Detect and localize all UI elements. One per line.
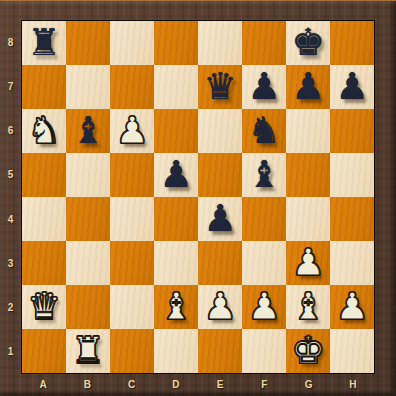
square-h1[interactable] [330, 329, 374, 373]
black-king-piece[interactable]: ♚ [291, 21, 324, 65]
square-c1[interactable] [110, 329, 154, 373]
square-b8[interactable] [66, 21, 110, 65]
square-d8[interactable] [154, 21, 198, 65]
file-label-c: C [110, 373, 154, 396]
square-c4[interactable] [110, 197, 154, 241]
square-d5[interactable]: ♟ [154, 153, 198, 197]
square-f5[interactable]: ♝ [242, 153, 286, 197]
rank-label-4: 4 [0, 197, 21, 241]
white-pawn-piece[interactable]: ♟ [247, 285, 280, 329]
square-a2[interactable]: ♛ [22, 285, 66, 329]
rank-label-3: 3 [0, 241, 21, 285]
black-bishop-piece[interactable]: ♝ [247, 153, 280, 197]
square-d6[interactable] [154, 109, 198, 153]
white-rook-piece[interactable]: ♜ [71, 329, 104, 373]
board-frame: 87654321 ♜♚♛♟♟♟♞♝♟♞♟♝♟♟♛♝♟♟♝♟♜♚ ABCDEFGH [0, 0, 396, 396]
square-d7[interactable] [154, 65, 198, 109]
black-pawn-piece[interactable]: ♟ [159, 153, 192, 197]
file-labels: ABCDEFGH [21, 373, 375, 396]
square-b4[interactable] [66, 197, 110, 241]
square-h4[interactable] [330, 197, 374, 241]
square-d4[interactable] [154, 197, 198, 241]
square-a4[interactable] [22, 197, 66, 241]
square-c2[interactable] [110, 285, 154, 329]
square-g6[interactable] [286, 109, 330, 153]
square-f7[interactable]: ♟ [242, 65, 286, 109]
square-b5[interactable] [66, 153, 110, 197]
square-d1[interactable] [154, 329, 198, 373]
file-label-h: H [331, 373, 375, 396]
square-g4[interactable] [286, 197, 330, 241]
chess-board: ♜♚♛♟♟♟♞♝♟♞♟♝♟♟♛♝♟♟♝♟♜♚ [21, 20, 375, 374]
square-a5[interactable] [22, 153, 66, 197]
rank-labels: 87654321 [0, 20, 21, 374]
file-label-d: D [154, 373, 198, 396]
black-rook-piece[interactable]: ♜ [27, 21, 60, 65]
white-pawn-piece[interactable]: ♟ [335, 285, 368, 329]
file-label-a: A [21, 373, 65, 396]
square-e5[interactable] [198, 153, 242, 197]
black-bishop-piece[interactable]: ♝ [71, 109, 104, 153]
square-f3[interactable] [242, 241, 286, 285]
black-pawn-piece[interactable]: ♟ [335, 65, 368, 109]
square-a6[interactable]: ♞ [22, 109, 66, 153]
rank-label-2: 2 [0, 286, 21, 330]
square-g5[interactable] [286, 153, 330, 197]
square-a7[interactable] [22, 65, 66, 109]
square-e8[interactable] [198, 21, 242, 65]
square-h5[interactable] [330, 153, 374, 197]
file-label-g: G [287, 373, 331, 396]
square-h8[interactable] [330, 21, 374, 65]
square-b2[interactable] [66, 285, 110, 329]
file-label-f: F [242, 373, 286, 396]
black-pawn-piece[interactable]: ♟ [291, 65, 324, 109]
rank-label-5: 5 [0, 153, 21, 197]
white-king-piece[interactable]: ♚ [291, 329, 324, 373]
white-pawn-piece[interactable]: ♟ [203, 285, 236, 329]
black-pawn-piece[interactable]: ♟ [203, 197, 236, 241]
square-b3[interactable] [66, 241, 110, 285]
square-a1[interactable] [22, 329, 66, 373]
square-c5[interactable] [110, 153, 154, 197]
file-label-e: E [198, 373, 242, 396]
white-pawn-piece[interactable]: ♟ [291, 241, 324, 285]
square-b1[interactable]: ♜ [66, 329, 110, 373]
square-e4[interactable]: ♟ [198, 197, 242, 241]
square-e6[interactable] [198, 109, 242, 153]
black-pawn-piece[interactable]: ♟ [247, 65, 280, 109]
rank-label-1: 1 [0, 330, 21, 374]
square-g7[interactable]: ♟ [286, 65, 330, 109]
square-e7[interactable]: ♛ [198, 65, 242, 109]
rank-label-6: 6 [0, 109, 21, 153]
square-f1[interactable] [242, 329, 286, 373]
white-pawn-piece[interactable]: ♟ [115, 109, 148, 153]
square-b7[interactable] [66, 65, 110, 109]
square-h6[interactable] [330, 109, 374, 153]
square-e2[interactable]: ♟ [198, 285, 242, 329]
square-g2[interactable]: ♝ [286, 285, 330, 329]
square-c8[interactable] [110, 21, 154, 65]
square-h7[interactable]: ♟ [330, 65, 374, 109]
square-f4[interactable] [242, 197, 286, 241]
square-d3[interactable] [154, 241, 198, 285]
square-g8[interactable]: ♚ [286, 21, 330, 65]
rank-label-8: 8 [0, 20, 21, 64]
square-h3[interactable] [330, 241, 374, 285]
square-a8[interactable]: ♜ [22, 21, 66, 65]
rank-label-7: 7 [0, 64, 21, 108]
black-queen-piece[interactable]: ♛ [203, 65, 236, 109]
square-c3[interactable] [110, 241, 154, 285]
square-g1[interactable]: ♚ [286, 329, 330, 373]
square-f8[interactable] [242, 21, 286, 65]
square-e3[interactable] [198, 241, 242, 285]
square-a3[interactable] [22, 241, 66, 285]
file-label-b: B [65, 373, 109, 396]
square-e1[interactable] [198, 329, 242, 373]
square-d2[interactable]: ♝ [154, 285, 198, 329]
square-g3[interactable]: ♟ [286, 241, 330, 285]
square-b6[interactable]: ♝ [66, 109, 110, 153]
square-h2[interactable]: ♟ [330, 285, 374, 329]
square-f2[interactable]: ♟ [242, 285, 286, 329]
square-c7[interactable] [110, 65, 154, 109]
black-knight-piece[interactable]: ♞ [247, 109, 280, 153]
white-bishop-piece[interactable]: ♝ [291, 285, 324, 329]
square-c6[interactable]: ♟ [110, 109, 154, 153]
square-f6[interactable]: ♞ [242, 109, 286, 153]
white-queen-piece[interactable]: ♛ [27, 285, 60, 329]
white-knight-piece[interactable]: ♞ [27, 109, 60, 153]
white-bishop-piece[interactable]: ♝ [159, 285, 192, 329]
